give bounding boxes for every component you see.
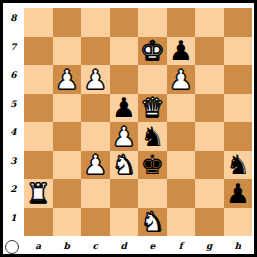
file-label-d: d [110,238,139,254]
square-b2[interactable] [53,179,82,208]
square-e2[interactable] [138,179,167,208]
square-f8[interactable] [167,8,196,37]
square-d1[interactable] [110,208,139,237]
square-b4[interactable] [53,122,82,151]
white-queen-e5[interactable]: ♛ [140,94,164,121]
square-f5[interactable] [167,94,196,123]
square-c5[interactable] [81,94,110,123]
square-f6[interactable]: ♟ [167,65,196,94]
square-a2[interactable]: ♜ [24,179,53,208]
square-b1[interactable] [53,208,82,237]
file-label-a: a [24,238,53,254]
square-d6[interactable] [110,65,139,94]
white-knight-e1[interactable]: ♞ [140,208,164,235]
rank-label-7: 7 [6,33,21,62]
square-g8[interactable] [195,8,224,37]
square-h5[interactable] [224,94,253,123]
square-e3[interactable]: ♚ [138,151,167,180]
white-pawn-c6[interactable]: ♟ [83,66,107,93]
square-h3[interactable]: ♞ [224,151,253,180]
square-c1[interactable] [81,208,110,237]
square-c4[interactable] [81,122,110,151]
square-b7[interactable] [53,37,82,66]
black-king-e3[interactable]: ♚ [140,151,164,178]
file-label-e: e [138,238,167,254]
square-g1[interactable] [195,208,224,237]
rank-label-1: 1 [6,204,21,233]
square-d2[interactable] [110,179,139,208]
square-e5[interactable]: ♛ [138,94,167,123]
square-h7[interactable] [224,37,253,66]
white-king-e7[interactable]: ♚ [140,37,164,64]
square-g5[interactable] [195,94,224,123]
square-g3[interactable] [195,151,224,180]
white-pawn-f6[interactable]: ♟ [169,66,193,93]
rank-label-8: 8 [6,4,21,33]
square-c8[interactable] [81,8,110,37]
black-pawn-f7[interactable]: ♟ [169,37,193,64]
square-a8[interactable] [24,8,53,37]
white-pawn-b6[interactable]: ♟ [55,66,79,93]
square-h4[interactable] [224,122,253,151]
white-pawn-c3[interactable]: ♟ [83,151,107,178]
board: ♚♟♟♟♟♟♛♟♞♟♞♚♞♜♟♞ [24,8,252,236]
black-knight-h3[interactable]: ♞ [226,151,250,178]
square-a1[interactable] [24,208,53,237]
square-d3[interactable]: ♞ [110,151,139,180]
rank-labels: 87654321 [6,8,21,236]
square-e8[interactable] [138,8,167,37]
square-c6[interactable]: ♟ [81,65,110,94]
square-e4[interactable]: ♞ [138,122,167,151]
square-f2[interactable] [167,179,196,208]
square-f1[interactable] [167,208,196,237]
square-g4[interactable] [195,122,224,151]
square-a7[interactable] [24,37,53,66]
chess-diagram: ♚♟♟♟♟♟♛♟♞♟♞♚♞♜♟♞ 87654321 abcdefgh [0,0,257,257]
file-labels: abcdefgh [24,238,252,254]
file-label-b: b [53,238,82,254]
square-a6[interactable] [24,65,53,94]
square-b6[interactable]: ♟ [53,65,82,94]
square-h8[interactable] [224,8,253,37]
file-label-g: g [195,238,224,254]
square-e6[interactable] [138,65,167,94]
black-pawn-d5[interactable]: ♟ [112,94,136,121]
rank-label-4: 4 [6,118,21,147]
square-f4[interactable] [167,122,196,151]
rank-label-5: 5 [6,90,21,119]
white-knight-d3[interactable]: ♞ [112,151,136,178]
square-a3[interactable] [24,151,53,180]
square-a5[interactable] [24,94,53,123]
square-g7[interactable] [195,37,224,66]
rank-label-2: 2 [6,175,21,204]
square-d4[interactable]: ♟ [110,122,139,151]
square-f3[interactable] [167,151,196,180]
black-knight-e4[interactable]: ♞ [140,123,164,150]
square-h2[interactable]: ♟ [224,179,253,208]
square-b3[interactable] [53,151,82,180]
square-c7[interactable] [81,37,110,66]
side-to-move-indicator [5,240,19,254]
rank-label-6: 6 [6,61,21,90]
square-d7[interactable] [110,37,139,66]
square-b8[interactable] [53,8,82,37]
square-e7[interactable]: ♚ [138,37,167,66]
square-h1[interactable] [224,208,253,237]
square-g2[interactable] [195,179,224,208]
square-f7[interactable]: ♟ [167,37,196,66]
square-h6[interactable] [224,65,253,94]
black-pawn-h2[interactable]: ♟ [226,180,250,207]
square-d5[interactable]: ♟ [110,94,139,123]
square-d8[interactable] [110,8,139,37]
file-label-f: f [167,238,196,254]
square-a4[interactable] [24,122,53,151]
square-g6[interactable] [195,65,224,94]
white-pawn-d4[interactable]: ♟ [112,123,136,150]
square-e1[interactable]: ♞ [138,208,167,237]
square-b5[interactable] [53,94,82,123]
square-c2[interactable] [81,179,110,208]
file-label-c: c [81,238,110,254]
white-rook-a2[interactable]: ♜ [26,180,50,207]
square-c3[interactable]: ♟ [81,151,110,180]
file-label-h: h [224,238,253,254]
rank-label-3: 3 [6,147,21,176]
